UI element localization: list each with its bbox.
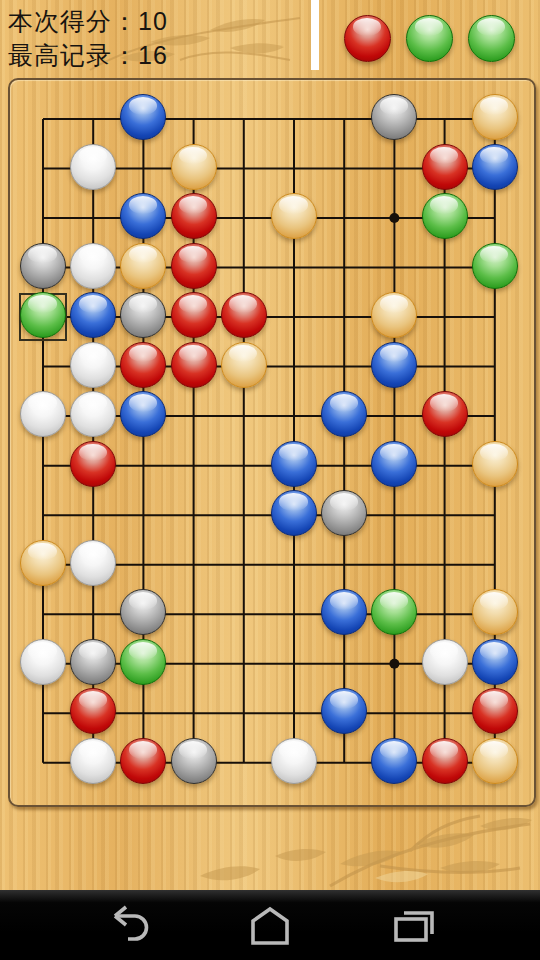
ball-orange[interactable] [472,738,518,784]
ball-red[interactable] [422,144,468,190]
ball-blue[interactable] [271,490,317,536]
ball-red[interactable] [120,342,166,388]
android-navbar [0,890,540,960]
home-button[interactable] [235,899,305,951]
star-point [389,213,399,223]
ball-white[interactable] [70,144,116,190]
recents-icon [385,902,441,948]
ball-white[interactable] [70,738,116,784]
ball-gray[interactable] [20,243,66,289]
ball-blue[interactable] [472,639,518,685]
ball-green[interactable] [20,292,66,338]
ball-orange[interactable] [472,441,518,487]
ball-white[interactable] [271,738,317,784]
ball-blue[interactable] [70,292,116,338]
game-screen: 本次得分：10 最高记录：16 [0,0,540,960]
ball-red[interactable] [171,292,217,338]
ball-green[interactable] [422,193,468,239]
ball-red[interactable] [422,391,468,437]
ball-white[interactable] [70,342,116,388]
ball-orange[interactable] [271,193,317,239]
ball-red[interactable] [171,193,217,239]
home-icon [242,902,298,948]
back-icon [99,902,155,948]
star-point [389,659,399,669]
recents-button[interactable] [378,899,448,951]
ball-orange[interactable] [472,94,518,140]
ball-blue[interactable] [321,391,367,437]
next-balls-preview [0,0,540,80]
ball-orange[interactable] [221,342,267,388]
back-button[interactable] [92,899,162,951]
ball-orange[interactable] [171,144,217,190]
ball-white[interactable] [70,391,116,437]
ball-blue[interactable] [271,441,317,487]
ball-blue[interactable] [371,441,417,487]
ball-white[interactable] [20,639,66,685]
ball-white[interactable] [422,639,468,685]
ball-white[interactable] [70,243,116,289]
ball-orange[interactable] [472,589,518,635]
ball-white[interactable] [20,391,66,437]
ball-red[interactable] [70,441,116,487]
ball-white[interactable] [70,540,116,586]
ball-orange[interactable] [120,243,166,289]
ball-blue[interactable] [371,738,417,784]
bamboo-decoration-bottom [180,806,540,892]
ball-red[interactable] [221,292,267,338]
ball-blue[interactable] [371,342,417,388]
next-ball-green [406,15,453,62]
ball-green[interactable] [472,243,518,289]
ball-red[interactable] [171,243,217,289]
ball-red[interactable] [422,738,468,784]
ball-green[interactable] [120,639,166,685]
ball-gray[interactable] [70,639,116,685]
ball-red[interactable] [120,738,166,784]
ball-orange[interactable] [20,540,66,586]
ball-gray[interactable] [171,738,217,784]
next-ball-red [344,15,391,62]
ball-red[interactable] [472,688,518,734]
ball-blue[interactable] [472,144,518,190]
next-ball-green [468,15,515,62]
ball-red[interactable] [171,342,217,388]
